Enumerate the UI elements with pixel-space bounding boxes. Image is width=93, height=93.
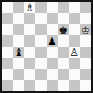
square-c6[interactable] [24, 24, 35, 35]
square-f5[interactable] [58, 35, 69, 46]
black-king-f6[interactable]: ♚ [58, 24, 67, 34]
square-f3[interactable] [58, 58, 69, 69]
square-e6[interactable] [47, 24, 58, 35]
square-g5[interactable] [69, 35, 80, 46]
square-a2[interactable] [2, 69, 13, 80]
square-f2[interactable] [58, 69, 69, 80]
chess-diagram: ♗♚♔♟♝♙ [0, 0, 93, 93]
square-d8[interactable] [35, 2, 46, 13]
square-b2[interactable] [13, 69, 24, 80]
square-e3[interactable] [47, 58, 58, 69]
square-b4[interactable]: ♝ [13, 47, 24, 58]
square-h7[interactable] [80, 13, 91, 24]
square-h2[interactable] [80, 69, 91, 80]
square-d4[interactable] [35, 47, 46, 58]
square-c5[interactable] [24, 35, 35, 46]
square-b1[interactable] [13, 80, 24, 91]
square-b7[interactable] [13, 13, 24, 24]
square-h1[interactable] [80, 80, 91, 91]
black-pawn-e5[interactable]: ♟ [47, 35, 56, 45]
white-bishop-c8[interactable]: ♗ [25, 2, 34, 12]
square-h8[interactable] [80, 2, 91, 13]
square-c2[interactable] [24, 69, 35, 80]
square-e8[interactable] [47, 2, 58, 13]
square-e1[interactable] [47, 80, 58, 91]
square-h5[interactable] [80, 35, 91, 46]
square-d2[interactable] [35, 69, 46, 80]
square-a4[interactable] [2, 47, 13, 58]
square-g7[interactable] [69, 13, 80, 24]
square-c3[interactable] [24, 58, 35, 69]
square-e7[interactable] [47, 13, 58, 24]
square-f7[interactable] [58, 13, 69, 24]
square-h6[interactable]: ♔ [80, 24, 91, 35]
square-g4[interactable]: ♙ [69, 47, 80, 58]
chess-board: ♗♚♔♟♝♙ [0, 0, 93, 93]
square-c8[interactable]: ♗ [24, 2, 35, 13]
square-g6[interactable] [69, 24, 80, 35]
square-a7[interactable] [2, 13, 13, 24]
square-b5[interactable] [13, 35, 24, 46]
square-e2[interactable] [47, 69, 58, 80]
square-g3[interactable] [69, 58, 80, 69]
square-a8[interactable] [2, 2, 13, 13]
square-d6[interactable] [35, 24, 46, 35]
square-d5[interactable] [35, 35, 46, 46]
square-f8[interactable] [58, 2, 69, 13]
square-g8[interactable] [69, 2, 80, 13]
square-c1[interactable] [24, 80, 35, 91]
square-b6[interactable] [13, 24, 24, 35]
square-h3[interactable] [80, 58, 91, 69]
square-d3[interactable] [35, 58, 46, 69]
square-d1[interactable] [35, 80, 46, 91]
square-e5[interactable]: ♟ [47, 35, 58, 46]
square-a5[interactable] [2, 35, 13, 46]
square-b3[interactable] [13, 58, 24, 69]
square-b8[interactable] [13, 2, 24, 13]
square-a1[interactable] [2, 80, 13, 91]
square-f1[interactable] [58, 80, 69, 91]
square-c4[interactable] [24, 47, 35, 58]
white-pawn-g4[interactable]: ♙ [70, 47, 79, 57]
square-c7[interactable] [24, 13, 35, 24]
square-e4[interactable] [47, 47, 58, 58]
square-f4[interactable] [58, 47, 69, 58]
square-a3[interactable] [2, 58, 13, 69]
square-g1[interactable] [69, 80, 80, 91]
black-bishop-b4[interactable]: ♝ [14, 47, 23, 57]
square-h4[interactable] [80, 47, 91, 58]
square-f6[interactable]: ♚ [58, 24, 69, 35]
square-a6[interactable] [2, 24, 13, 35]
white-king-h6[interactable]: ♔ [81, 24, 90, 34]
square-d7[interactable] [35, 13, 46, 24]
square-g2[interactable] [69, 69, 80, 80]
